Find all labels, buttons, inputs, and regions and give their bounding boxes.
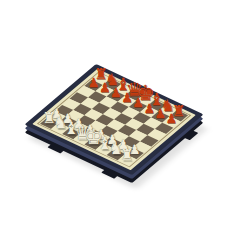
product-photo: ♜♞♝♛♚♝♞♜♟♟♟♟♟♟♟♟♟♟♟♟♟♟♟♟♜♞♝♛♚♝♞♜ — [0, 0, 230, 230]
case-top-shell — [25, 64, 204, 175]
